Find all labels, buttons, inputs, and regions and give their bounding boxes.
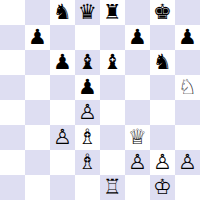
piece-black-pawn: ♟ (178, 25, 197, 50)
square-h6[interactable] (175, 50, 200, 75)
piece-white-pawn: ♙ (53, 125, 72, 150)
square-a7[interactable] (0, 25, 25, 50)
square-g6[interactable]: ♞ (150, 50, 175, 75)
square-c7[interactable] (50, 25, 75, 50)
piece-black-pawn: ♟ (28, 25, 47, 50)
square-a1[interactable] (0, 175, 25, 200)
piece-white-rook: ♖ (103, 175, 122, 200)
square-f6[interactable] (125, 50, 150, 75)
square-e6[interactable]: ♝ (100, 50, 125, 75)
square-f7[interactable]: ♟ (125, 25, 150, 50)
square-h7[interactable]: ♟ (175, 25, 200, 50)
square-e8[interactable]: ♜ (100, 0, 125, 25)
square-g4[interactable] (150, 100, 175, 125)
square-f3[interactable]: ♕ (125, 125, 150, 150)
square-f4[interactable] (125, 100, 150, 125)
square-h8[interactable] (175, 0, 200, 25)
piece-white-bishop: ♗ (78, 125, 97, 150)
square-d8[interactable]: ♛ (75, 0, 100, 25)
piece-black-pawn: ♟ (53, 50, 72, 75)
square-g2[interactable]: ♙ (150, 150, 175, 175)
square-e5[interactable] (100, 75, 125, 100)
square-a8[interactable] (0, 0, 25, 25)
piece-white-pawn: ♙ (153, 150, 172, 175)
square-e4[interactable] (100, 100, 125, 125)
square-c6[interactable]: ♟ (50, 50, 75, 75)
square-h2[interactable]: ♙ (175, 150, 200, 175)
square-e7[interactable] (100, 25, 125, 50)
piece-white-knight: ♘ (178, 75, 197, 100)
square-h3[interactable] (175, 125, 200, 150)
piece-black-pawn: ♟ (128, 25, 147, 50)
chess-board: ♞♛♜♚♟♟♟♟♝♝♞♟♘♙♙♗♕♗♙♙♙♖♔ (0, 0, 200, 200)
square-b8[interactable] (25, 0, 50, 25)
square-a4[interactable] (0, 100, 25, 125)
piece-black-queen: ♛ (78, 0, 97, 25)
square-d4[interactable]: ♙ (75, 100, 100, 125)
square-g8[interactable]: ♚ (150, 0, 175, 25)
square-a5[interactable] (0, 75, 25, 100)
square-c5[interactable] (50, 75, 75, 100)
square-c4[interactable] (50, 100, 75, 125)
square-e2[interactable] (100, 150, 125, 175)
square-c8[interactable]: ♞ (50, 0, 75, 25)
square-f1[interactable] (125, 175, 150, 200)
piece-black-knight: ♞ (53, 0, 72, 25)
piece-white-king: ♔ (153, 175, 172, 200)
square-b1[interactable] (25, 175, 50, 200)
square-d7[interactable] (75, 25, 100, 50)
square-g7[interactable] (150, 25, 175, 50)
piece-white-pawn: ♙ (178, 150, 197, 175)
piece-black-bishop: ♝ (103, 50, 122, 75)
piece-black-rook: ♜ (103, 0, 122, 25)
square-d2[interactable]: ♗ (75, 150, 100, 175)
piece-white-pawn: ♙ (128, 150, 147, 175)
square-g3[interactable] (150, 125, 175, 150)
square-c3[interactable]: ♙ (50, 125, 75, 150)
square-b2[interactable] (25, 150, 50, 175)
square-d1[interactable] (75, 175, 100, 200)
square-a3[interactable] (0, 125, 25, 150)
square-d6[interactable]: ♝ (75, 50, 100, 75)
square-d5[interactable]: ♟ (75, 75, 100, 100)
square-b7[interactable]: ♟ (25, 25, 50, 50)
square-c1[interactable] (50, 175, 75, 200)
square-h4[interactable] (175, 100, 200, 125)
piece-black-knight: ♞ (153, 50, 172, 75)
square-g1[interactable]: ♔ (150, 175, 175, 200)
piece-white-bishop: ♗ (78, 150, 97, 175)
piece-white-pawn: ♙ (78, 100, 97, 125)
piece-black-king: ♚ (153, 0, 172, 25)
square-a2[interactable] (0, 150, 25, 175)
square-h5[interactable]: ♘ (175, 75, 200, 100)
square-f5[interactable] (125, 75, 150, 100)
piece-white-queen: ♕ (128, 125, 147, 150)
square-a6[interactable] (0, 50, 25, 75)
square-b3[interactable] (25, 125, 50, 150)
piece-black-pawn: ♟ (78, 75, 97, 100)
square-f2[interactable]: ♙ (125, 150, 150, 175)
square-f8[interactable] (125, 0, 150, 25)
square-b5[interactable] (25, 75, 50, 100)
square-e1[interactable]: ♖ (100, 175, 125, 200)
piece-black-bishop: ♝ (78, 50, 97, 75)
square-b4[interactable] (25, 100, 50, 125)
square-d3[interactable]: ♗ (75, 125, 100, 150)
square-g5[interactable] (150, 75, 175, 100)
square-b6[interactable] (25, 50, 50, 75)
square-c2[interactable] (50, 150, 75, 175)
square-h1[interactable] (175, 175, 200, 200)
square-e3[interactable] (100, 125, 125, 150)
